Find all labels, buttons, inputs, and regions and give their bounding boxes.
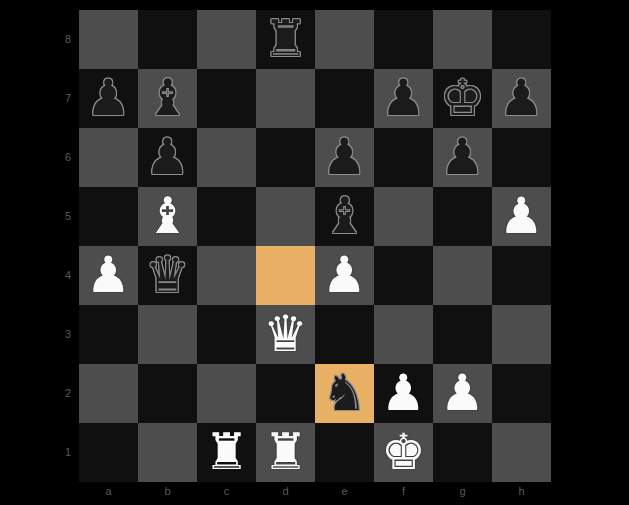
- square-d5[interactable]: [256, 187, 315, 246]
- square-g8[interactable]: [433, 10, 492, 69]
- black-pawn-a7[interactable]: ♟: [86, 69, 131, 128]
- rank-label-6: 6: [0, 128, 75, 187]
- square-b3[interactable]: [138, 305, 197, 364]
- square-g7[interactable]: ♚: [433, 69, 492, 128]
- square-g5[interactable]: [433, 187, 492, 246]
- black-queen-b4[interactable]: ♛: [145, 246, 190, 305]
- square-g6[interactable]: ♟: [433, 128, 492, 187]
- square-b8[interactable]: [138, 10, 197, 69]
- white-king-f1[interactable]: ♚: [381, 423, 426, 482]
- square-c1[interactable]: ♜: [197, 423, 256, 482]
- square-e3[interactable]: [315, 305, 374, 364]
- file-label-g: g: [433, 482, 492, 502]
- file-label-e: e: [315, 482, 374, 502]
- square-h4[interactable]: [492, 246, 551, 305]
- square-g3[interactable]: [433, 305, 492, 364]
- white-rook-c1[interactable]: ♜: [204, 423, 249, 482]
- square-e5[interactable]: ♝: [315, 187, 374, 246]
- file-label-c: c: [197, 482, 256, 502]
- white-pawn-a4[interactable]: ♟: [86, 246, 131, 305]
- square-g1[interactable]: [433, 423, 492, 482]
- square-f2[interactable]: ♟: [374, 364, 433, 423]
- rank-label-1: 1: [0, 423, 75, 482]
- black-knight-e2[interactable]: ♞: [322, 364, 367, 423]
- square-h5[interactable]: ♟: [492, 187, 551, 246]
- file-labels: abcdefgh: [79, 482, 551, 502]
- square-e2[interactable]: ♞: [315, 364, 374, 423]
- square-g2[interactable]: ♟: [433, 364, 492, 423]
- black-king-g7[interactable]: ♚: [440, 69, 485, 128]
- black-bishop-b7[interactable]: ♝: [145, 69, 190, 128]
- square-c5[interactable]: [197, 187, 256, 246]
- black-rook-d8[interactable]: ♜: [263, 10, 308, 69]
- rank-label-2: 2: [0, 364, 75, 423]
- file-label-h: h: [492, 482, 551, 502]
- square-h7[interactable]: ♟: [492, 69, 551, 128]
- square-d6[interactable]: [256, 128, 315, 187]
- square-b6[interactable]: ♟: [138, 128, 197, 187]
- black-pawn-h7[interactable]: ♟: [499, 69, 544, 128]
- white-pawn-g2[interactable]: ♟: [440, 364, 485, 423]
- square-c2[interactable]: [197, 364, 256, 423]
- square-d4[interactable]: [256, 246, 315, 305]
- square-b7[interactable]: ♝: [138, 69, 197, 128]
- square-b4[interactable]: ♛: [138, 246, 197, 305]
- square-b5[interactable]: ♝: [138, 187, 197, 246]
- square-d7[interactable]: [256, 69, 315, 128]
- square-a7[interactable]: ♟: [79, 69, 138, 128]
- white-pawn-h5[interactable]: ♟: [499, 187, 544, 246]
- square-g4[interactable]: [433, 246, 492, 305]
- white-queen-d3[interactable]: ♛: [263, 305, 308, 364]
- square-d1[interactable]: ♜: [256, 423, 315, 482]
- square-f6[interactable]: [374, 128, 433, 187]
- file-label-a: a: [79, 482, 138, 502]
- file-label-d: d: [256, 482, 315, 502]
- square-f7[interactable]: ♟: [374, 69, 433, 128]
- square-a8[interactable]: [79, 10, 138, 69]
- square-h8[interactable]: [492, 10, 551, 69]
- rank-label-3: 3: [0, 305, 75, 364]
- square-e8[interactable]: [315, 10, 374, 69]
- square-c7[interactable]: [197, 69, 256, 128]
- black-pawn-g6[interactable]: ♟: [440, 128, 485, 187]
- rank-label-5: 5: [0, 187, 75, 246]
- square-f4[interactable]: [374, 246, 433, 305]
- square-h2[interactable]: [492, 364, 551, 423]
- square-f8[interactable]: [374, 10, 433, 69]
- square-f5[interactable]: [374, 187, 433, 246]
- square-c3[interactable]: [197, 305, 256, 364]
- rank-labels: 87654321: [0, 10, 75, 482]
- white-rook-d1[interactable]: ♜: [263, 423, 308, 482]
- square-a6[interactable]: [79, 128, 138, 187]
- black-pawn-e6[interactable]: ♟: [322, 128, 367, 187]
- square-e6[interactable]: ♟: [315, 128, 374, 187]
- square-c6[interactable]: [197, 128, 256, 187]
- square-a4[interactable]: ♟: [79, 246, 138, 305]
- square-f3[interactable]: [374, 305, 433, 364]
- square-a1[interactable]: [79, 423, 138, 482]
- rank-label-4: 4: [0, 246, 75, 305]
- rank-label-8: 8: [0, 10, 75, 69]
- square-e7[interactable]: [315, 69, 374, 128]
- black-bishop-e5[interactable]: ♝: [322, 187, 367, 246]
- square-b2[interactable]: [138, 364, 197, 423]
- square-e1[interactable]: [315, 423, 374, 482]
- black-pawn-f7[interactable]: ♟: [381, 69, 426, 128]
- square-h1[interactable]: [492, 423, 551, 482]
- rank-label-7: 7: [0, 69, 75, 128]
- square-d3[interactable]: ♛: [256, 305, 315, 364]
- white-pawn-f2[interactable]: ♟: [381, 364, 426, 423]
- square-d8[interactable]: ♜: [256, 10, 315, 69]
- square-c8[interactable]: [197, 10, 256, 69]
- white-pawn-e4[interactable]: ♟: [322, 246, 367, 305]
- file-label-f: f: [374, 482, 433, 502]
- square-d2[interactable]: [256, 364, 315, 423]
- square-h3[interactable]: [492, 305, 551, 364]
- white-bishop-b5[interactable]: ♝: [145, 187, 190, 246]
- file-label-b: b: [138, 482, 197, 502]
- black-pawn-b6[interactable]: ♟: [145, 128, 190, 187]
- square-a3[interactable]: [79, 305, 138, 364]
- chess-app-background: 87654321 ♜♟♝♟♚♟♟♟♟♝♝♟♟♛♟♛♞♟♟♜♜♚ abcdefgh: [0, 0, 629, 505]
- square-b1[interactable]: [138, 423, 197, 482]
- square-e4[interactable]: ♟: [315, 246, 374, 305]
- square-h6[interactable]: [492, 128, 551, 187]
- square-f1[interactable]: ♚: [374, 423, 433, 482]
- square-a2[interactable]: [79, 364, 138, 423]
- chess-board: ♜♟♝♟♚♟♟♟♟♝♝♟♟♛♟♛♞♟♟♜♜♚: [79, 10, 551, 482]
- square-a5[interactable]: [79, 187, 138, 246]
- square-c4[interactable]: [197, 246, 256, 305]
